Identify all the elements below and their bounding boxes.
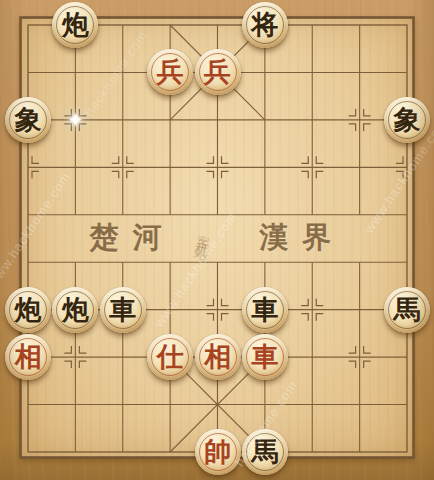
point-marker <box>127 171 134 178</box>
point-marker <box>364 361 371 368</box>
point-marker <box>64 346 71 353</box>
piece-glyph: 車 <box>251 296 278 323</box>
point-marker <box>112 171 119 178</box>
point-marker <box>207 314 214 321</box>
point-marker <box>222 314 229 321</box>
point-marker <box>316 314 323 321</box>
point-marker <box>349 346 356 353</box>
point-marker <box>364 346 371 353</box>
piece-glyph: 炮 <box>62 296 89 323</box>
piece-red-chariot[interactable]: 車 <box>242 334 288 380</box>
point-marker <box>79 124 86 131</box>
point-marker <box>79 109 86 116</box>
piece-black-elephant[interactable]: 象 <box>5 97 51 143</box>
piece-black-cannon[interactable]: 炮 <box>5 287 51 333</box>
piece-black-horse[interactable]: 馬 <box>384 287 430 333</box>
point-marker <box>127 156 134 163</box>
point-marker <box>32 156 39 163</box>
point-marker <box>349 109 356 116</box>
piece-glyph: 象 <box>15 106 42 133</box>
point-marker <box>316 156 323 163</box>
piece-black-horse[interactable]: 馬 <box>242 429 288 475</box>
piece-glyph: 車 <box>109 296 136 323</box>
point-marker <box>112 156 119 163</box>
piece-glyph: 将 <box>251 11 278 38</box>
point-marker <box>364 109 371 116</box>
piece-red-minister[interactable]: 相 <box>5 334 51 380</box>
river-label-chu-he: 楚河 <box>90 218 176 258</box>
piece-red-soldier[interactable]: 兵 <box>147 49 193 95</box>
piece-glyph: 仕 <box>157 343 184 370</box>
point-marker <box>222 171 229 178</box>
piece-glyph: 兵 <box>204 58 231 85</box>
piece-glyph: 帥 <box>204 438 231 465</box>
point-marker <box>396 171 403 178</box>
point-marker <box>64 124 71 131</box>
piece-glyph: 相 <box>15 343 42 370</box>
point-marker <box>364 124 371 131</box>
point-marker <box>79 361 86 368</box>
point-marker <box>64 361 71 368</box>
point-marker <box>79 346 86 353</box>
point-marker <box>316 171 323 178</box>
piece-black-general[interactable]: 将 <box>242 2 288 48</box>
piece-black-cannon[interactable]: 炮 <box>52 2 98 48</box>
xiangqi-board-screen: 炮将兵兵象象炮炮車車馬相仕相車帥馬 楚河 漢界 ✦ www.hackhome.c… <box>0 0 434 480</box>
piece-glyph: 炮 <box>15 296 42 323</box>
point-marker <box>316 299 323 306</box>
point-marker <box>207 299 214 306</box>
point-marker <box>222 299 229 306</box>
piece-red-king[interactable]: 帥 <box>195 429 241 475</box>
piece-glyph: 馬 <box>251 438 278 465</box>
piece-glyph: 兵 <box>157 58 184 85</box>
point-marker <box>301 156 308 163</box>
piece-black-chariot[interactable]: 車 <box>100 287 146 333</box>
piece-glyph: 相 <box>204 343 231 370</box>
point-marker <box>396 156 403 163</box>
point-marker <box>301 171 308 178</box>
piece-black-elephant[interactable]: 象 <box>384 97 430 143</box>
point-marker <box>349 124 356 131</box>
piece-black-chariot[interactable]: 車 <box>242 287 288 333</box>
piece-red-soldier[interactable]: 兵 <box>195 49 241 95</box>
piece-red-minister[interactable]: 相 <box>195 334 241 380</box>
piece-glyph: 車 <box>251 343 278 370</box>
point-marker <box>207 171 214 178</box>
point-marker <box>301 299 308 306</box>
piece-glyph: 炮 <box>62 11 89 38</box>
point-marker <box>32 171 39 178</box>
piece-glyph: 象 <box>394 106 421 133</box>
point-marker <box>301 314 308 321</box>
point-marker <box>222 156 229 163</box>
river-label-han-jie: 漢界 <box>259 218 345 258</box>
piece-glyph: 馬 <box>394 296 421 323</box>
point-marker <box>349 361 356 368</box>
piece-red-advisor[interactable]: 仕 <box>147 334 193 380</box>
point-marker <box>207 156 214 163</box>
piece-black-cannon[interactable]: 炮 <box>52 287 98 333</box>
point-marker <box>64 109 71 116</box>
